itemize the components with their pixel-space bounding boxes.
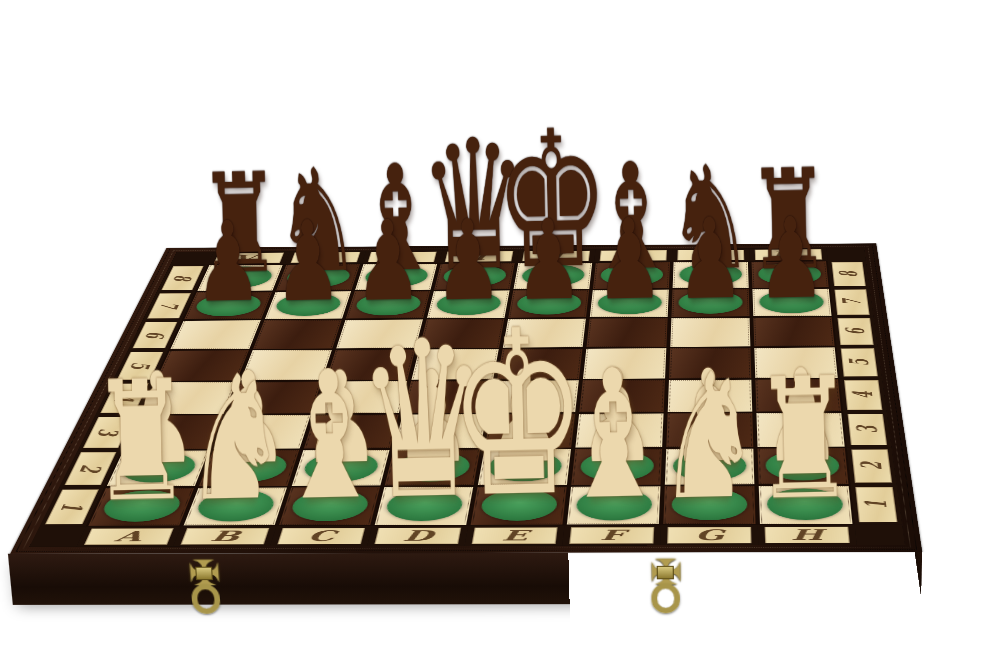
coord-cell-bottom-h: H [758,525,857,546]
chess-board-3d: ABCDEFGH8♜♞♝♛♚♝♞♜87♟♟♟♟♟♟♟♟7665544332♟♟♟… [10,243,922,553]
coord-pill: C [277,528,365,545]
coord-cell-top-f: F [594,249,672,262]
coord-cell-bottom-g: G [660,525,758,546]
clasp-loop [652,583,681,613]
file-label: A [237,253,262,262]
coord-pill: F [600,250,667,261]
coord-cell-top-e: E [517,249,596,262]
file-label: E [501,528,529,543]
file-label: H [790,528,823,543]
coord-pill: E [472,527,558,544]
clasp-loop [191,584,221,614]
clasp-hasp [657,566,674,579]
coord-pill: G [667,527,751,544]
file-label: G [699,250,722,259]
file-label: C [306,529,337,543]
square-h1[interactable]: ♜ [757,485,855,525]
coord-cell-top-h: H [749,248,827,261]
coord-cell-bottom-d: D [367,526,468,546]
rank-label: 8 [170,275,196,281]
coord-cell-bottom-c: C [270,526,372,546]
coord-cell-right-7: 7 [831,288,874,317]
coord-cell-top-d: D [439,250,519,263]
coord-pill: 8 [832,262,866,286]
brass-clasp-right: ✠ [631,554,700,613]
coord-pill: D [374,528,461,545]
coord-cell-bottom-e: E [465,525,565,545]
coord-pill: H [755,249,822,260]
file-label: D [402,529,434,544]
coord-pill: C [368,252,437,263]
rank-label: 6 [141,332,169,338]
coord-pill: B [291,252,361,263]
board-grid: ABCDEFGH8♜♞♝♛♚♝♞♜87♟♟♟♟♟♟♟♟7665544332♟♟♟… [29,248,905,547]
coord-pill: F [569,527,654,544]
coord-cell-bottom-b: B [173,526,276,546]
square-h7[interactable]: ♟ [751,288,834,317]
file-label: F [623,251,643,260]
coord-pill: H [765,527,850,544]
frame-corner [855,525,905,545]
clasp-hasp [196,567,214,580]
brass-clasp-left: ✠ [169,555,241,614]
coord-pill: A [84,528,174,545]
file-label: E [545,251,567,260]
box-front-edge: ✠ ✠ [8,552,925,605]
coord-cell-right-8: 8 [828,261,870,288]
product-photo-chess-set: ABCDEFGH8♜♞♝♛♚♝♞♜87♟♟♟♟♟♟♟♟7665544332♟♟♟… [0,0,1000,667]
piece-white-rook-h1[interactable]: ♜ [728,358,880,519]
coord-pill: G [677,250,744,261]
coord-cell-bottom-f: F [562,525,661,545]
coord-pill: D [445,251,513,262]
coord-cell-top-g: G [672,248,750,261]
chess-board: ABCDEFGH8♜♞♝♛♚♝♞♜87♟♟♟♟♟♟♟♟7665544332♟♟♟… [10,243,922,553]
file-label: D [467,252,492,261]
coord-cell-bottom-a: A [76,526,181,546]
file-label: H [775,250,801,259]
coord-pill: 7 [834,289,869,314]
coord-cell-top-c: C [362,250,442,263]
file-label: A [113,529,145,543]
file-label: C [390,252,414,261]
coord-cell-top-b: B [285,251,366,264]
rank-label: 6 [842,328,868,334]
rank-label: 7 [156,303,183,309]
file-label: B [208,529,242,543]
file-label: B [313,253,339,262]
rank-label: 8 [836,271,861,277]
coord-pill: B [181,528,270,545]
coord-cell-top-a: A [208,251,290,264]
coord-pill: A [214,253,284,264]
file-label: F [599,528,624,543]
coord-pill: E [522,251,590,262]
file-label: G [695,528,724,543]
rank-label: 7 [839,299,864,305]
